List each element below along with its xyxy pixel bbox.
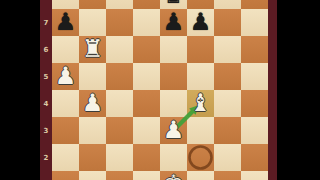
square-f4[interactable]: ♝ [187,90,214,117]
rank-label-6: 6 [40,45,52,55]
square-e1[interactable]: ♚ [160,171,187,180]
square-c2[interactable] [106,144,133,171]
square-a4[interactable] [52,90,79,117]
square-d6[interactable] [133,36,160,63]
square-f5[interactable] [187,63,214,90]
square-b3[interactable] [79,117,106,144]
square-d1[interactable] [133,171,160,180]
square-g2[interactable] [214,144,241,171]
square-c4[interactable] [106,90,133,117]
rank-label-2: 2 [40,153,52,163]
square-a7[interactable]: ♟ [52,9,79,36]
square-c1[interactable] [106,171,133,180]
square-f1[interactable] [187,171,214,180]
square-g3[interactable] [214,117,241,144]
piece-white-king-e1[interactable]: ♚ [163,171,185,180]
piece-white-bishop-f4[interactable]: ♝ [190,90,212,117]
square-a6[interactable] [52,36,79,63]
piece-black-pawn-f7[interactable]: ♟ [190,9,212,36]
square-c8[interactable] [106,0,133,9]
square-e7[interactable]: ♟ [160,9,187,36]
square-c7[interactable] [106,9,133,36]
piece-black-pawn-e7[interactable]: ♟ [163,9,185,36]
chess-board[interactable]: ♚♟♟♟♜♟♟♝♟♚ [52,0,268,180]
square-g4[interactable] [214,90,241,117]
square-e4[interactable] [160,90,187,117]
square-h8[interactable] [241,0,268,9]
square-e3[interactable]: ♟ [160,117,187,144]
square-h5[interactable] [241,63,268,90]
square-g7[interactable] [214,9,241,36]
piece-white-rook-b6[interactable]: ♜ [82,36,104,63]
square-d8[interactable] [133,0,160,9]
square-h2[interactable] [241,144,268,171]
rank-label-7: 7 [40,18,52,28]
rank-label-5: 5 [40,72,52,82]
piece-white-pawn-a5[interactable]: ♟ [55,63,77,90]
square-e6[interactable] [160,36,187,63]
square-e2[interactable] [160,144,187,171]
square-d3[interactable] [133,117,160,144]
square-b1[interactable] [79,171,106,180]
square-b2[interactable] [79,144,106,171]
square-b6[interactable]: ♜ [79,36,106,63]
square-h1[interactable] [241,171,268,180]
square-d2[interactable] [133,144,160,171]
square-g6[interactable] [214,36,241,63]
square-h6[interactable] [241,36,268,63]
square-d7[interactable] [133,9,160,36]
square-f7[interactable]: ♟ [187,9,214,36]
square-g5[interactable] [214,63,241,90]
square-h7[interactable] [241,9,268,36]
square-a5[interactable]: ♟ [52,63,79,90]
square-g1[interactable] [214,171,241,180]
square-h4[interactable] [241,90,268,117]
square-f6[interactable] [187,36,214,63]
square-a3[interactable] [52,117,79,144]
square-c6[interactable] [106,36,133,63]
piece-white-pawn-e3[interactable]: ♟ [163,117,185,144]
square-d5[interactable] [133,63,160,90]
square-g8[interactable] [214,0,241,9]
square-b8[interactable] [79,0,106,9]
square-e5[interactable] [160,63,187,90]
rank-label-4: 4 [40,99,52,109]
square-d4[interactable] [133,90,160,117]
piece-black-pawn-a7[interactable]: ♟ [55,9,77,36]
square-b4[interactable]: ♟ [79,90,106,117]
square-h3[interactable] [241,117,268,144]
screenshot-stage: 7 6 5 4 3 2 ♚♟♟♟♜♟♟♝♟♚ [0,0,320,180]
square-f3[interactable] [187,117,214,144]
rank-label-3: 3 [40,126,52,136]
square-b7[interactable] [79,9,106,36]
square-a1[interactable] [52,171,79,180]
square-c3[interactable] [106,117,133,144]
square-f2[interactable] [187,144,214,171]
piece-white-pawn-b4[interactable]: ♟ [82,90,104,117]
square-b5[interactable] [79,63,106,90]
square-a2[interactable] [52,144,79,171]
square-c5[interactable] [106,63,133,90]
